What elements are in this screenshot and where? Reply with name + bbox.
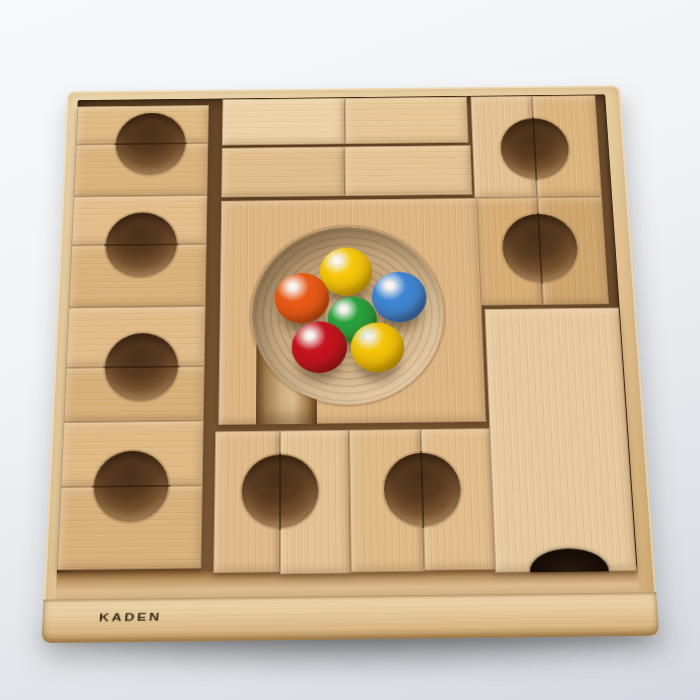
tray-front-panel: KADEN [42,592,660,643]
block-area [42,85,660,643]
block-seam [114,143,187,145]
block-seam [532,117,537,181]
block-seam [279,453,281,530]
wooden-tray: KADEN [42,85,660,643]
block-seam [420,451,424,528]
photo-scene: KADEN [0,0,700,700]
brand-stamp: KADEN [98,611,162,624]
wood-block-TB [485,308,637,573]
wood-block-T4 [344,145,472,196]
block-seam [103,366,180,369]
wood-block-T1 [222,98,345,145]
wood-block-T3 [221,147,345,198]
wood-block-T2 [345,97,469,144]
block-seam [537,212,543,284]
block-seam [92,485,170,488]
block-seam [104,243,179,246]
